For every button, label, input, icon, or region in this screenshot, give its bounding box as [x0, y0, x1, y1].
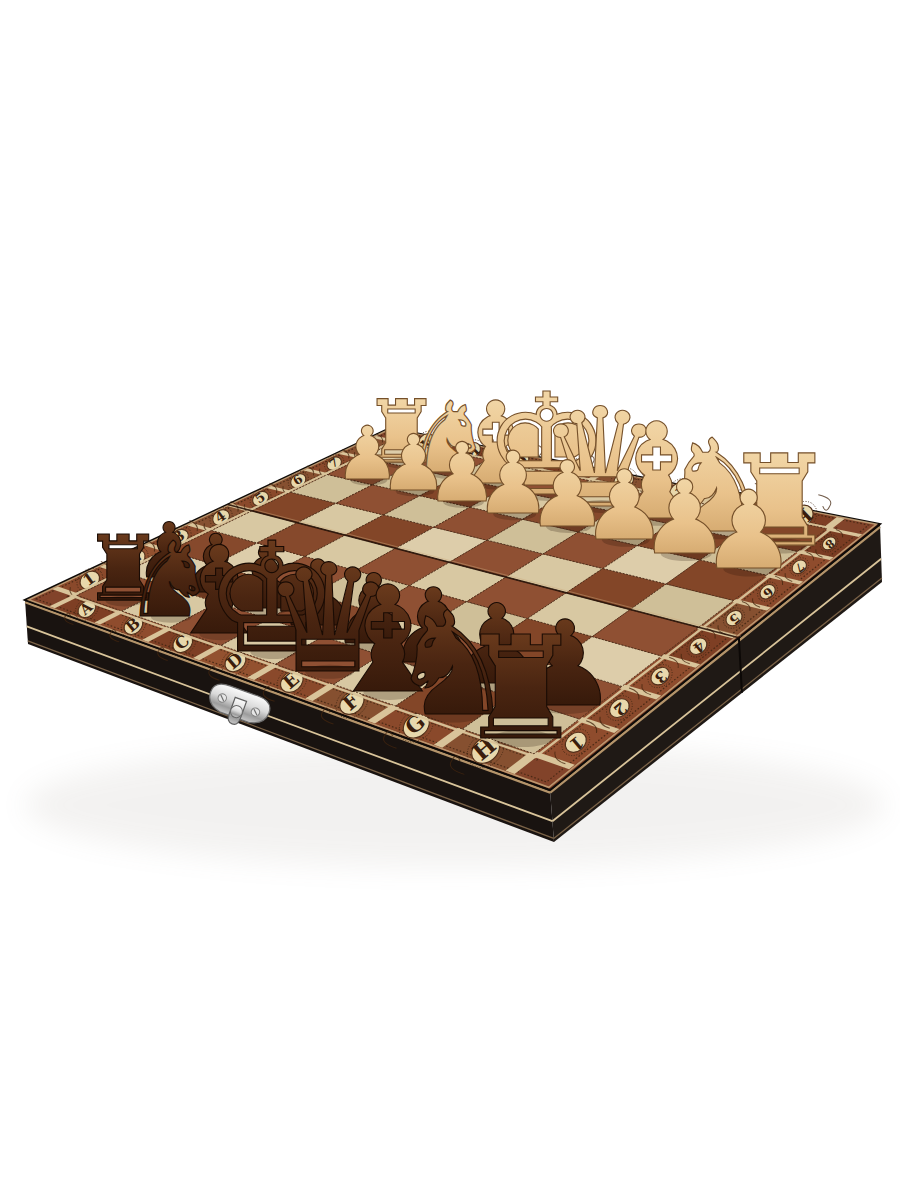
chess-set-photo: AABBCCDDEEFFGGHH1122334455667788♜♞♟♝♟♚♟♛…	[0, 0, 900, 1200]
piece-glyph-pawn: ♟	[700, 468, 797, 593]
piece-light-pawn-h7: ♟	[700, 468, 797, 593]
piece-glyph-rook: ♜	[457, 605, 585, 772]
piece-dark-rook-h1: ♜	[457, 605, 585, 772]
photo-stage: AABBCCDDEEFFGGHH1122334455667788♜♞♟♝♟♚♟♛…	[0, 0, 900, 1200]
